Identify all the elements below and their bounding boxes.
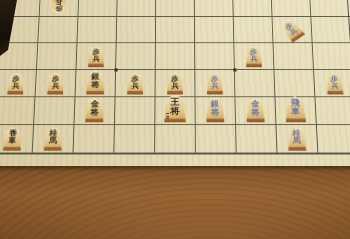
shogi-board: 歩兵歩兵歩兵歩兵歩兵歩兵銀将歩兵歩兵歩兵歩兵金将王将銀将金将飛車香車桂馬桂馬	[0, 0, 350, 166]
piece-kanji: 車	[8, 137, 16, 145]
square-7f[interactable]: 歩兵	[76, 43, 116, 70]
piece-kanji: 将	[251, 108, 260, 116]
piece-sente-pawn-7f[interactable]: 歩兵	[88, 46, 105, 67]
square-6g[interactable]: 歩兵	[115, 70, 155, 97]
piece-kanji: 兵	[92, 55, 99, 62]
piece-sente-knight-2i[interactable]: 桂馬	[287, 127, 306, 151]
square-9h[interactable]	[0, 97, 36, 125]
square-2i[interactable]: 桂馬	[276, 125, 318, 153]
piece-sente-pawn-2e[interactable]: 歩兵	[279, 17, 306, 43]
square-1i[interactable]	[317, 125, 350, 153]
square-4g[interactable]: 歩兵	[195, 70, 235, 97]
piece-kanji: 将	[90, 108, 99, 116]
square-3h[interactable]: 金将	[235, 97, 276, 125]
square-8g[interactable]: 歩兵	[36, 70, 77, 97]
piece-kanji: 兵	[171, 82, 178, 89]
square-1f[interactable]	[313, 43, 350, 70]
square-8i[interactable]: 桂馬	[33, 125, 75, 153]
square-1g[interactable]: 歩兵	[314, 70, 350, 97]
square-4d[interactable]	[195, 0, 234, 17]
piece-sente-pawn-1g[interactable]: 歩兵	[326, 73, 344, 95]
piece-kanji: 馬	[293, 137, 301, 145]
square-3e[interactable]	[234, 17, 274, 43]
piece-kanji: 兵	[12, 82, 20, 89]
piece-kanji: 兵	[131, 82, 138, 89]
square-1h[interactable]	[315, 97, 350, 125]
piece-sente-pawn-8g[interactable]: 歩兵	[47, 73, 64, 95]
square-6d[interactable]	[117, 0, 156, 17]
square-5h[interactable]: 王将	[155, 97, 195, 125]
square-7h[interactable]: 金将	[74, 97, 115, 125]
square-7e[interactable]	[77, 17, 117, 43]
square-3g[interactable]	[235, 70, 276, 97]
square-7g[interactable]: 銀将	[75, 70, 116, 97]
piece-sente-rook-2h[interactable]: 飛車	[285, 96, 307, 122]
piece-sente-king-5h[interactable]: 王将	[164, 94, 186, 122]
piece-sente-pawn-9g[interactable]: 歩兵	[7, 73, 25, 95]
piece-kanji: 馬	[49, 137, 57, 145]
square-1e[interactable]	[311, 17, 350, 43]
square-2e[interactable]: 歩兵	[272, 17, 312, 43]
square-2h[interactable]: 飛車	[275, 97, 316, 125]
piece-kanji: 将	[170, 106, 179, 115]
photo-frame: 歩兵歩兵歩兵歩兵歩兵歩兵銀将歩兵歩兵歩兵歩兵金将王将銀将金将飛車香車桂馬桂馬	[0, 0, 350, 239]
piece-sente-pawn-4g[interactable]: 歩兵	[206, 73, 223, 95]
piece-kanji: 兵	[331, 82, 339, 89]
hoshi-dot	[114, 68, 118, 72]
piece-kanji: 兵	[288, 27, 298, 36]
square-9i[interactable]: 香車	[0, 125, 34, 153]
square-8f[interactable]	[37, 43, 78, 70]
square-2f[interactable]	[273, 43, 314, 70]
piece-kanji: 兵	[56, 0, 63, 5]
hoshi-dot	[233, 68, 237, 72]
piece-kanji: 将	[91, 80, 99, 88]
square-5i[interactable]	[155, 125, 196, 153]
piece-kanji: 歩	[55, 5, 62, 12]
piece-kanji: 車	[291, 108, 300, 117]
square-3d[interactable]	[233, 0, 272, 17]
piece-sente-knight-8i[interactable]: 桂馬	[44, 127, 63, 151]
board-grid: 歩兵歩兵歩兵歩兵歩兵歩兵銀将歩兵歩兵歩兵歩兵金将王将銀将金将飛車香車桂馬桂馬	[0, 0, 350, 154]
square-8d[interactable]: 歩兵	[40, 0, 80, 17]
square-8h[interactable]	[34, 97, 75, 125]
square-4h[interactable]: 銀将	[195, 97, 236, 125]
piece-sente-gold-3h[interactable]: 金将	[246, 97, 265, 122]
square-6h[interactable]	[115, 97, 156, 125]
piece-kanji: 将	[211, 108, 219, 116]
piece-sente-pawn-5g[interactable]: 歩兵	[167, 73, 184, 95]
square-5g[interactable]: 歩兵	[155, 70, 195, 97]
piece-gote-pawn-8d[interactable]: 歩兵	[51, 0, 68, 14]
square-2d[interactable]	[272, 0, 312, 17]
piece-sente-gold-7h[interactable]: 金将	[85, 97, 104, 122]
square-6i[interactable]	[114, 125, 155, 153]
square-3f[interactable]: 歩兵	[234, 43, 274, 70]
table-surface	[0, 156, 350, 239]
square-7d[interactable]	[78, 0, 117, 17]
square-8e[interactable]	[38, 17, 78, 43]
maker-signature-mark	[166, 113, 169, 119]
square-7i[interactable]	[73, 125, 114, 153]
piece-sente-lance-9i[interactable]: 香車	[3, 127, 22, 151]
square-5e[interactable]	[156, 17, 195, 43]
square-4i[interactable]	[196, 125, 237, 153]
square-9g[interactable]: 歩兵	[0, 70, 37, 97]
square-4f[interactable]	[195, 43, 235, 70]
piece-kanji: 兵	[250, 55, 257, 62]
square-5f[interactable]	[156, 43, 196, 70]
square-5d[interactable]	[156, 0, 195, 17]
square-6e[interactable]	[117, 17, 156, 43]
square-3i[interactable]	[236, 125, 277, 153]
piece-kanji: 兵	[211, 82, 218, 89]
piece-kanji: 兵	[52, 82, 60, 89]
square-2g[interactable]	[274, 70, 315, 97]
piece-sente-pawn-3f[interactable]: 歩兵	[245, 46, 262, 67]
square-4e[interactable]	[195, 17, 234, 43]
square-6f[interactable]	[116, 43, 156, 70]
square-1d[interactable]	[310, 0, 350, 17]
piece-sente-silver-7g[interactable]: 銀将	[86, 70, 105, 95]
piece-sente-silver-4h[interactable]: 銀将	[206, 97, 225, 122]
piece-sente-pawn-6g[interactable]: 歩兵	[127, 73, 144, 95]
